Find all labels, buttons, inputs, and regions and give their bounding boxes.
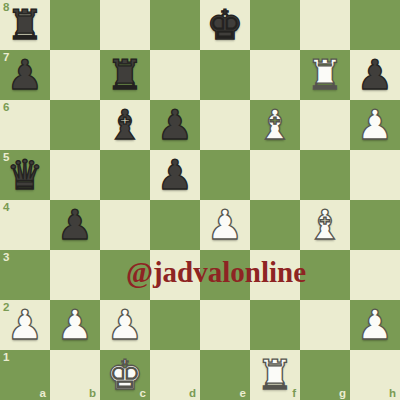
piece-black-pawn[interactable]: ♟ bbox=[150, 100, 200, 150]
square-c4[interactable] bbox=[100, 200, 150, 250]
piece-black-pawn[interactable]: ♟ bbox=[0, 50, 50, 100]
square-a3[interactable]: 3 bbox=[0, 250, 50, 300]
piece-black-pawn[interactable]: ♟ bbox=[350, 50, 400, 100]
square-b6[interactable] bbox=[50, 100, 100, 150]
square-d8[interactable] bbox=[150, 0, 200, 50]
square-f2[interactable] bbox=[250, 300, 300, 350]
piece-white-king[interactable]: ♚ bbox=[100, 350, 150, 400]
piece-white-pawn[interactable]: ♟ bbox=[100, 300, 150, 350]
square-d7[interactable] bbox=[150, 50, 200, 100]
coord-rank-6: 6 bbox=[3, 101, 9, 113]
square-g2[interactable] bbox=[300, 300, 350, 350]
square-e6[interactable] bbox=[200, 100, 250, 150]
square-c3[interactable] bbox=[100, 250, 150, 300]
square-g8[interactable] bbox=[300, 0, 350, 50]
piece-white-bishop[interactable]: ♝ bbox=[300, 200, 350, 250]
piece-black-rook[interactable]: ♜ bbox=[100, 50, 150, 100]
piece-black-pawn[interactable]: ♟ bbox=[50, 200, 100, 250]
square-h3[interactable] bbox=[350, 250, 400, 300]
square-e4[interactable]: ♟ bbox=[200, 200, 250, 250]
coord-file-g: g bbox=[339, 387, 346, 399]
square-d1[interactable]: d bbox=[150, 350, 200, 400]
square-c2[interactable]: ♟ bbox=[100, 300, 150, 350]
square-a4[interactable]: 4 bbox=[0, 200, 50, 250]
coord-file-d: d bbox=[189, 387, 196, 399]
square-a2[interactable]: 2♟ bbox=[0, 300, 50, 350]
square-h1[interactable]: h bbox=[350, 350, 400, 400]
chess-board: 8♜♚7♟♜♜♟6♝♟♝♟5♛♟4♟♟♝32♟♟♟♟1abc♚def♜gh bbox=[0, 0, 400, 400]
piece-black-pawn[interactable]: ♟ bbox=[150, 150, 200, 200]
square-d3[interactable] bbox=[150, 250, 200, 300]
square-b2[interactable]: ♟ bbox=[50, 300, 100, 350]
square-h4[interactable] bbox=[350, 200, 400, 250]
square-b5[interactable] bbox=[50, 150, 100, 200]
square-f4[interactable] bbox=[250, 200, 300, 250]
coord-file-b: b bbox=[89, 387, 96, 399]
piece-white-pawn[interactable]: ♟ bbox=[200, 200, 250, 250]
square-b1[interactable]: b bbox=[50, 350, 100, 400]
square-e2[interactable] bbox=[200, 300, 250, 350]
piece-white-rook[interactable]: ♜ bbox=[300, 50, 350, 100]
piece-white-bishop[interactable]: ♝ bbox=[250, 100, 300, 150]
square-f3[interactable] bbox=[250, 250, 300, 300]
piece-white-pawn[interactable]: ♟ bbox=[50, 300, 100, 350]
square-c5[interactable] bbox=[100, 150, 150, 200]
coord-rank-1: 1 bbox=[3, 351, 9, 363]
piece-black-queen[interactable]: ♛ bbox=[0, 150, 50, 200]
square-f8[interactable] bbox=[250, 0, 300, 50]
coord-file-e: e bbox=[240, 387, 246, 399]
square-c8[interactable] bbox=[100, 0, 150, 50]
square-c6[interactable]: ♝ bbox=[100, 100, 150, 150]
coord-file-h: h bbox=[389, 387, 396, 399]
square-c7[interactable]: ♜ bbox=[100, 50, 150, 100]
square-e5[interactable] bbox=[200, 150, 250, 200]
square-d4[interactable] bbox=[150, 200, 200, 250]
square-g3[interactable] bbox=[300, 250, 350, 300]
square-a1[interactable]: 1a bbox=[0, 350, 50, 400]
piece-white-pawn[interactable]: ♟ bbox=[350, 300, 400, 350]
square-b8[interactable] bbox=[50, 0, 100, 50]
square-g5[interactable] bbox=[300, 150, 350, 200]
square-f6[interactable]: ♝ bbox=[250, 100, 300, 150]
square-a7[interactable]: 7♟ bbox=[0, 50, 50, 100]
chess-board-wrap: 8♜♚7♟♜♜♟6♝♟♝♟5♛♟4♟♟♝32♟♟♟♟1abc♚def♜gh @j… bbox=[0, 0, 400, 400]
coord-rank-4: 4 bbox=[3, 201, 9, 213]
square-g4[interactable]: ♝ bbox=[300, 200, 350, 250]
square-h5[interactable] bbox=[350, 150, 400, 200]
square-f7[interactable] bbox=[250, 50, 300, 100]
coord-rank-3: 3 bbox=[3, 251, 9, 263]
square-a5[interactable]: 5♛ bbox=[0, 150, 50, 200]
square-g7[interactable]: ♜ bbox=[300, 50, 350, 100]
square-h6[interactable]: ♟ bbox=[350, 100, 400, 150]
square-e8[interactable]: ♚ bbox=[200, 0, 250, 50]
square-h8[interactable] bbox=[350, 0, 400, 50]
square-e3[interactable] bbox=[200, 250, 250, 300]
square-f1[interactable]: f♜ bbox=[250, 350, 300, 400]
piece-black-king[interactable]: ♚ bbox=[200, 0, 250, 50]
square-d5[interactable]: ♟ bbox=[150, 150, 200, 200]
square-h2[interactable]: ♟ bbox=[350, 300, 400, 350]
piece-white-rook[interactable]: ♜ bbox=[250, 350, 300, 400]
square-c1[interactable]: c♚ bbox=[100, 350, 150, 400]
square-f5[interactable] bbox=[250, 150, 300, 200]
square-h7[interactable]: ♟ bbox=[350, 50, 400, 100]
piece-black-bishop[interactable]: ♝ bbox=[100, 100, 150, 150]
coord-file-a: a bbox=[40, 387, 46, 399]
square-b3[interactable] bbox=[50, 250, 100, 300]
square-d2[interactable] bbox=[150, 300, 200, 350]
square-b4[interactable]: ♟ bbox=[50, 200, 100, 250]
square-e1[interactable]: e bbox=[200, 350, 250, 400]
square-a6[interactable]: 6 bbox=[0, 100, 50, 150]
square-b7[interactable] bbox=[50, 50, 100, 100]
square-g6[interactable] bbox=[300, 100, 350, 150]
square-g1[interactable]: g bbox=[300, 350, 350, 400]
piece-white-pawn[interactable]: ♟ bbox=[0, 300, 50, 350]
piece-black-rook[interactable]: ♜ bbox=[0, 0, 50, 50]
square-a8[interactable]: 8♜ bbox=[0, 0, 50, 50]
square-d6[interactable]: ♟ bbox=[150, 100, 200, 150]
piece-white-pawn[interactable]: ♟ bbox=[350, 100, 400, 150]
square-e7[interactable] bbox=[200, 50, 250, 100]
